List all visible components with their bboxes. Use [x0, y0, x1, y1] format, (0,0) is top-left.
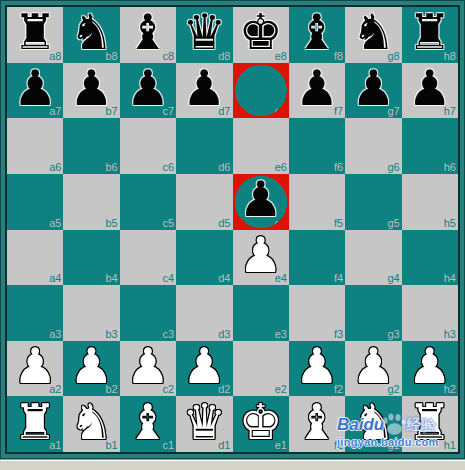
square-a4[interactable]: a4 [7, 230, 63, 286]
square-c1[interactable]: c1♝ [120, 396, 176, 452]
black-queen[interactable]: ♛ [182, 8, 226, 57]
square-d3[interactable]: d3 [176, 285, 232, 341]
white-bishop[interactable]: ♝ [295, 398, 339, 447]
square-coordinate: h6 [444, 162, 456, 173]
square-coordinate: f6 [334, 162, 343, 173]
black-pawn[interactable]: ♟ [239, 175, 283, 224]
square-d1[interactable]: d1♛ [176, 396, 232, 452]
square-f2[interactable]: f2♟ [289, 341, 345, 397]
square-b3[interactable]: b3 [63, 285, 119, 341]
square-coordinate: c3 [163, 329, 175, 340]
white-knight[interactable]: ♞ [351, 398, 395, 447]
square-h5[interactable]: h5 [402, 174, 458, 230]
square-coordinate: h4 [444, 273, 456, 284]
square-g4[interactable]: g4 [345, 230, 401, 286]
square-f3[interactable]: f3 [289, 285, 345, 341]
square-b7[interactable]: b7♟ [63, 63, 119, 119]
black-knight[interactable]: ♞ [351, 8, 395, 57]
chess-app-window: a8♜b8♞c8♝d8♛e8♚f8♝g8♞h8♜a7♟b7♟c7♟d7♟e7f7… [0, 0, 465, 470]
square-f7[interactable]: f7♟ [289, 63, 345, 119]
square-coordinate: g6 [387, 162, 399, 173]
square-f1[interactable]: f1♝ [289, 396, 345, 452]
square-d6[interactable]: d6 [176, 118, 232, 174]
square-coordinate: a3 [49, 329, 61, 340]
square-g2[interactable]: g2♟ [345, 341, 401, 397]
square-b8[interactable]: b8♞ [63, 7, 119, 63]
black-king[interactable]: ♚ [239, 8, 283, 57]
square-coordinate: b6 [106, 162, 118, 173]
square-e7[interactable]: e7 [233, 63, 289, 119]
square-coordinate: f3 [334, 329, 343, 340]
square-d5[interactable]: d5 [176, 174, 232, 230]
square-coordinate: c6 [163, 162, 175, 173]
square-b4[interactable]: b4 [63, 230, 119, 286]
white-pawn[interactable]: ♟ [239, 231, 283, 280]
square-e3[interactable]: e3 [233, 285, 289, 341]
white-pawn[interactable]: ♟ [351, 342, 395, 391]
black-pawn[interactable]: ♟ [70, 64, 114, 113]
square-f5[interactable]: f5 [289, 174, 345, 230]
black-pawn[interactable]: ♟ [351, 64, 395, 113]
square-c4[interactable]: c4 [120, 230, 176, 286]
square-coordinate: g5 [387, 218, 399, 229]
square-h4[interactable]: h4 [402, 230, 458, 286]
square-coordinate: e3 [275, 329, 287, 340]
square-c8[interactable]: c8♝ [120, 7, 176, 63]
white-bishop[interactable]: ♝ [126, 398, 170, 447]
white-pawn[interactable]: ♟ [126, 342, 170, 391]
square-d7[interactable]: d7♟ [176, 63, 232, 119]
square-a7[interactable]: a7♟ [7, 63, 63, 119]
square-coordinate: f5 [334, 218, 343, 229]
square-a8[interactable]: a8♜ [7, 7, 63, 63]
white-pawn[interactable]: ♟ [70, 342, 114, 391]
square-d4[interactable]: d4 [176, 230, 232, 286]
square-coordinate: g4 [387, 273, 399, 284]
square-h6[interactable]: h6 [402, 118, 458, 174]
square-coordinate: a6 [49, 162, 61, 173]
square-coordinate: c4 [163, 273, 175, 284]
white-rook[interactable]: ♜ [13, 398, 57, 447]
square-e1[interactable]: e1♚ [233, 396, 289, 452]
square-coordinate: b4 [106, 273, 118, 284]
white-queen[interactable]: ♛ [182, 398, 226, 447]
square-c5[interactable]: c5 [120, 174, 176, 230]
square-coordinate: b3 [106, 329, 118, 340]
square-coordinate: d3 [218, 329, 230, 340]
square-g3[interactable]: g3 [345, 285, 401, 341]
square-a6[interactable]: a6 [7, 118, 63, 174]
white-king[interactable]: ♚ [239, 398, 283, 447]
square-coordinate: a4 [49, 273, 61, 284]
black-pawn[interactable]: ♟ [182, 64, 226, 113]
black-pawn[interactable]: ♟ [126, 64, 170, 113]
square-coordinate: g3 [387, 329, 399, 340]
square-e4[interactable]: e4♟ [233, 230, 289, 286]
square-b2[interactable]: b2♟ [63, 341, 119, 397]
square-b6[interactable]: b6 [63, 118, 119, 174]
white-pawn[interactable]: ♟ [295, 342, 339, 391]
square-e6[interactable]: e6 [233, 118, 289, 174]
black-pawn[interactable]: ♟ [13, 64, 57, 113]
square-coordinate: b5 [106, 218, 118, 229]
square-coordinate: d6 [218, 162, 230, 173]
square-h3[interactable]: h3 [402, 285, 458, 341]
board-frame-inner: a8♜b8♞c8♝d8♛e8♚f8♝g8♞h8♜a7♟b7♟c7♟d7♟e7f7… [5, 5, 460, 454]
square-f6[interactable]: f6 [289, 118, 345, 174]
square-e2[interactable]: e2 [233, 341, 289, 397]
black-knight[interactable]: ♞ [70, 8, 114, 57]
square-e5[interactable]: e5♟ [233, 174, 289, 230]
white-pawn[interactable]: ♟ [182, 342, 226, 391]
black-bishop[interactable]: ♝ [126, 8, 170, 57]
square-g6[interactable]: g6 [345, 118, 401, 174]
board-frame: a8♜b8♞c8♝d8♛e8♚f8♝g8♞h8♜a7♟b7♟c7♟d7♟e7f7… [0, 0, 465, 459]
square-b5[interactable]: b5 [63, 174, 119, 230]
black-pawn[interactable]: ♟ [295, 64, 339, 113]
square-h8[interactable]: h8♜ [402, 7, 458, 63]
square-d8[interactable]: d8♛ [176, 7, 232, 63]
black-rook[interactable]: ♜ [13, 8, 57, 57]
square-coordinate: h5 [444, 218, 456, 229]
square-coordinate: h3 [444, 329, 456, 340]
square-coordinate: d5 [218, 218, 230, 229]
white-pawn[interactable]: ♟ [13, 342, 57, 391]
window-footer [0, 459, 465, 470]
white-rook[interactable]: ♜ [408, 398, 452, 447]
square-coordinate: f4 [334, 273, 343, 284]
square-coordinate: e7 [275, 106, 287, 117]
black-pawn[interactable]: ♟ [408, 64, 452, 113]
square-c6[interactable]: c6 [120, 118, 176, 174]
square-a2[interactable]: a2♟ [7, 341, 63, 397]
square-a5[interactable]: a5 [7, 174, 63, 230]
square-coordinate: d4 [218, 273, 230, 284]
square-a1[interactable]: a1♜ [7, 396, 63, 452]
chess-board: a8♜b8♞c8♝d8♛e8♚f8♝g8♞h8♜a7♟b7♟c7♟d7♟e7f7… [7, 7, 458, 452]
square-c2[interactable]: c2♟ [120, 341, 176, 397]
square-c7[interactable]: c7♟ [120, 63, 176, 119]
square-c3[interactable]: c3 [120, 285, 176, 341]
square-f4[interactable]: f4 [289, 230, 345, 286]
square-g5[interactable]: g5 [345, 174, 401, 230]
square-h2[interactable]: h2♟ [402, 341, 458, 397]
square-coordinate: e2 [275, 384, 287, 395]
square-h7[interactable]: h7♟ [402, 63, 458, 119]
square-g1[interactable]: g1♞ [345, 396, 401, 452]
square-e8[interactable]: e8♚ [233, 7, 289, 63]
square-b1[interactable]: b1♞ [63, 396, 119, 452]
black-bishop[interactable]: ♝ [295, 8, 339, 57]
square-coordinate: e6 [275, 162, 287, 173]
square-g8[interactable]: g8♞ [345, 7, 401, 63]
white-knight[interactable]: ♞ [70, 398, 114, 447]
square-h1[interactable]: h1♜ [402, 396, 458, 452]
square-f8[interactable]: f8♝ [289, 7, 345, 63]
black-rook[interactable]: ♜ [408, 8, 452, 57]
square-coordinate: c5 [163, 218, 175, 229]
square-d2[interactable]: d2♟ [176, 341, 232, 397]
square-coordinate: a5 [49, 218, 61, 229]
square-a3[interactable]: a3 [7, 285, 63, 341]
board-frame-band: a8♜b8♞c8♝d8♛e8♚f8♝g8♞h8♜a7♟b7♟c7♟d7♟e7f7… [1, 1, 464, 458]
square-g7[interactable]: g7♟ [345, 63, 401, 119]
white-pawn[interactable]: ♟ [408, 342, 452, 391]
